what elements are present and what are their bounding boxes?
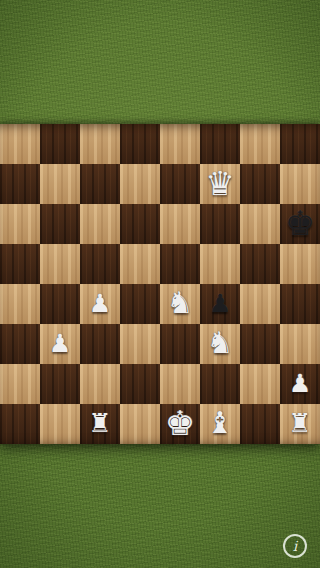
square-a4[interactable] <box>0 284 40 324</box>
square-g2[interactable] <box>240 364 280 404</box>
square-f8[interactable] <box>200 124 240 164</box>
square-h3[interactable] <box>280 324 320 364</box>
square-d1[interactable] <box>120 404 160 444</box>
square-e3[interactable] <box>160 324 200 364</box>
square-a6[interactable] <box>0 204 40 244</box>
square-h5[interactable] <box>280 244 320 284</box>
square-g7[interactable] <box>240 164 280 204</box>
square-a1[interactable] <box>0 404 40 444</box>
piece-white-pawn-h2[interactable]: ♟ <box>289 371 311 396</box>
piece-white-rook-h1[interactable]: ♜ <box>288 410 311 436</box>
square-g3[interactable] <box>240 324 280 364</box>
square-f4[interactable]: ♟ <box>200 284 240 324</box>
square-h7[interactable] <box>280 164 320 204</box>
square-h1[interactable]: ♜ <box>280 404 320 444</box>
piece-black-pawn-f4[interactable]: ♟ <box>209 291 231 316</box>
square-c1[interactable]: ♜ <box>80 404 120 444</box>
square-f3[interactable]: ♞ <box>200 324 240 364</box>
piece-white-rook-c1[interactable]: ♜ <box>88 410 111 436</box>
square-b2[interactable] <box>40 364 80 404</box>
square-f7[interactable]: ♛ <box>200 164 240 204</box>
square-b7[interactable] <box>40 164 80 204</box>
square-h2[interactable]: ♟ <box>280 364 320 404</box>
square-h6[interactable]: ♚ <box>280 204 320 244</box>
square-a2[interactable] <box>0 364 40 404</box>
square-b4[interactable] <box>40 284 80 324</box>
square-h4[interactable] <box>280 284 320 324</box>
piece-white-queen-f7[interactable]: ♛ <box>205 167 235 200</box>
square-e6[interactable] <box>160 204 200 244</box>
piece-white-pawn-b3[interactable]: ♟ <box>49 331 71 356</box>
square-b3[interactable]: ♟ <box>40 324 80 364</box>
square-b5[interactable] <box>40 244 80 284</box>
square-d2[interactable] <box>120 364 160 404</box>
square-a7[interactable] <box>0 164 40 204</box>
square-c8[interactable] <box>80 124 120 164</box>
info-button[interactable]: i <box>283 534 307 558</box>
square-d3[interactable] <box>120 324 160 364</box>
square-b8[interactable] <box>40 124 80 164</box>
piece-white-knight-e4[interactable]: ♞ <box>167 288 194 318</box>
square-f5[interactable] <box>200 244 240 284</box>
square-f2[interactable] <box>200 364 240 404</box>
square-c5[interactable] <box>80 244 120 284</box>
square-c2[interactable] <box>80 364 120 404</box>
piece-white-bishop-f1[interactable]: ♝ <box>207 408 234 438</box>
square-c4[interactable]: ♟ <box>80 284 120 324</box>
square-g5[interactable] <box>240 244 280 284</box>
square-d6[interactable] <box>120 204 160 244</box>
piece-white-king-e1[interactable]: ♚ <box>165 406 195 440</box>
square-e5[interactable] <box>160 244 200 284</box>
square-g6[interactable] <box>240 204 280 244</box>
square-b1[interactable] <box>40 404 80 444</box>
square-e2[interactable] <box>160 364 200 404</box>
square-a5[interactable] <box>0 244 40 284</box>
square-g1[interactable] <box>240 404 280 444</box>
square-e8[interactable] <box>160 124 200 164</box>
square-d5[interactable] <box>120 244 160 284</box>
square-a8[interactable] <box>0 124 40 164</box>
info-icon: i <box>293 539 297 553</box>
piece-white-pawn-c4[interactable]: ♟ <box>89 291 111 316</box>
square-d4[interactable] <box>120 284 160 324</box>
chess-board: ♛♚♟♞♟♟♞♟♜♚♝♜ <box>0 124 320 444</box>
phone-screen: { "game": "chess", "app": { "description… <box>0 0 320 568</box>
square-g8[interactable] <box>240 124 280 164</box>
square-d8[interactable] <box>120 124 160 164</box>
square-g4[interactable] <box>240 284 280 324</box>
square-d7[interactable] <box>120 164 160 204</box>
square-e7[interactable] <box>160 164 200 204</box>
square-c3[interactable] <box>80 324 120 364</box>
square-e1[interactable]: ♚ <box>160 404 200 444</box>
piece-black-king-h6[interactable]: ♚ <box>285 206 315 240</box>
square-f1[interactable]: ♝ <box>200 404 240 444</box>
square-c6[interactable] <box>80 204 120 244</box>
square-h8[interactable] <box>280 124 320 164</box>
square-c7[interactable] <box>80 164 120 204</box>
square-a3[interactable] <box>0 324 40 364</box>
square-f6[interactable] <box>200 204 240 244</box>
square-b6[interactable] <box>40 204 80 244</box>
square-e4[interactable]: ♞ <box>160 284 200 324</box>
piece-white-knight-f3[interactable]: ♞ <box>207 328 234 358</box>
